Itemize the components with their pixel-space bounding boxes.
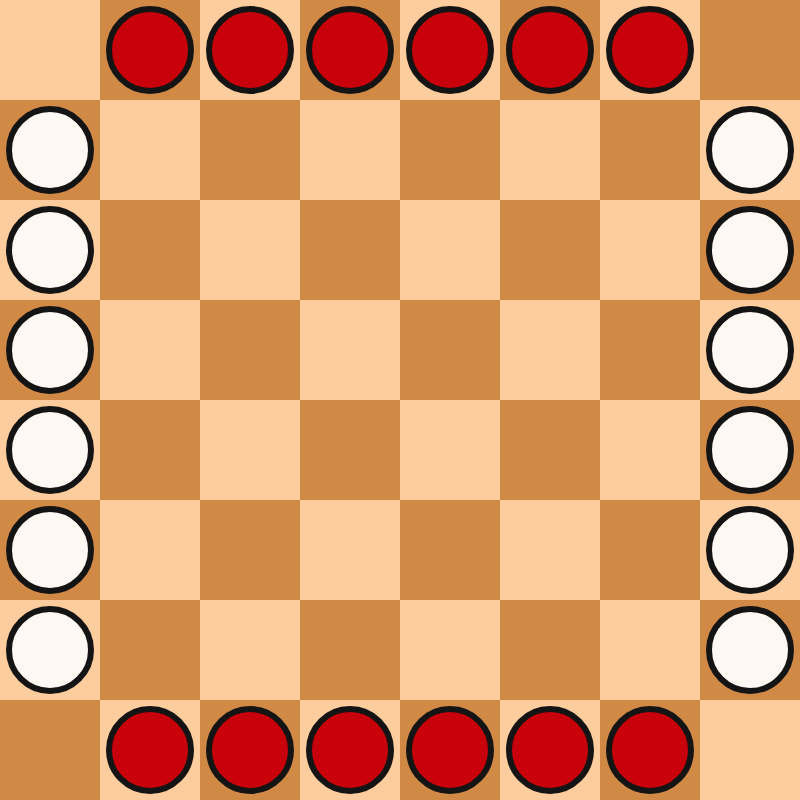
square-c7[interactable]	[200, 100, 300, 200]
square-h1[interactable]	[700, 700, 800, 800]
piece-white[interactable]	[6, 306, 94, 394]
piece-white[interactable]	[6, 106, 94, 194]
piece-white[interactable]	[706, 406, 794, 494]
piece-red[interactable]	[106, 706, 194, 794]
square-b1[interactable]	[100, 700, 200, 800]
square-f8[interactable]	[500, 0, 600, 100]
piece-white[interactable]	[706, 306, 794, 394]
square-e3[interactable]	[400, 500, 500, 600]
piece-white[interactable]	[706, 206, 794, 294]
piece-white[interactable]	[6, 406, 94, 494]
square-b4[interactable]	[100, 400, 200, 500]
square-d4[interactable]	[300, 400, 400, 500]
piece-white[interactable]	[6, 606, 94, 694]
piece-red[interactable]	[406, 706, 494, 794]
game-board	[0, 0, 800, 800]
piece-red[interactable]	[306, 706, 394, 794]
square-b6[interactable]	[100, 200, 200, 300]
piece-red[interactable]	[406, 6, 494, 94]
piece-white[interactable]	[6, 206, 94, 294]
piece-white[interactable]	[706, 606, 794, 694]
square-f2[interactable]	[500, 600, 600, 700]
square-g1[interactable]	[600, 700, 700, 800]
square-e2[interactable]	[400, 600, 500, 700]
square-g6[interactable]	[600, 200, 700, 300]
piece-red[interactable]	[206, 706, 294, 794]
piece-white[interactable]	[6, 506, 94, 594]
square-h5[interactable]	[700, 300, 800, 400]
square-f7[interactable]	[500, 100, 600, 200]
square-h2[interactable]	[700, 600, 800, 700]
square-f3[interactable]	[500, 500, 600, 600]
square-g5[interactable]	[600, 300, 700, 400]
square-d2[interactable]	[300, 600, 400, 700]
square-b2[interactable]	[100, 600, 200, 700]
square-c5[interactable]	[200, 300, 300, 400]
square-e5[interactable]	[400, 300, 500, 400]
square-f5[interactable]	[500, 300, 600, 400]
square-c1[interactable]	[200, 700, 300, 800]
square-g7[interactable]	[600, 100, 700, 200]
square-d5[interactable]	[300, 300, 400, 400]
square-e7[interactable]	[400, 100, 500, 200]
square-a1[interactable]	[0, 700, 100, 800]
square-c4[interactable]	[200, 400, 300, 500]
square-e4[interactable]	[400, 400, 500, 500]
square-e1[interactable]	[400, 700, 500, 800]
piece-red[interactable]	[506, 706, 594, 794]
square-e8[interactable]	[400, 0, 500, 100]
square-b5[interactable]	[100, 300, 200, 400]
square-a7[interactable]	[0, 100, 100, 200]
square-a3[interactable]	[0, 500, 100, 600]
square-d1[interactable]	[300, 700, 400, 800]
square-b3[interactable]	[100, 500, 200, 600]
square-g2[interactable]	[600, 600, 700, 700]
square-a6[interactable]	[0, 200, 100, 300]
square-d6[interactable]	[300, 200, 400, 300]
square-f1[interactable]	[500, 700, 600, 800]
square-a4[interactable]	[0, 400, 100, 500]
square-e6[interactable]	[400, 200, 500, 300]
piece-white[interactable]	[706, 506, 794, 594]
square-f4[interactable]	[500, 400, 600, 500]
square-b8[interactable]	[100, 0, 200, 100]
piece-white[interactable]	[706, 106, 794, 194]
square-g4[interactable]	[600, 400, 700, 500]
piece-red[interactable]	[306, 6, 394, 94]
square-h7[interactable]	[700, 100, 800, 200]
piece-red[interactable]	[206, 6, 294, 94]
piece-red[interactable]	[606, 6, 694, 94]
square-d8[interactable]	[300, 0, 400, 100]
square-a8[interactable]	[0, 0, 100, 100]
square-h8[interactable]	[700, 0, 800, 100]
square-d3[interactable]	[300, 500, 400, 600]
piece-red[interactable]	[606, 706, 694, 794]
square-b7[interactable]	[100, 100, 200, 200]
square-a2[interactable]	[0, 600, 100, 700]
piece-red[interactable]	[506, 6, 594, 94]
square-f6[interactable]	[500, 200, 600, 300]
square-h3[interactable]	[700, 500, 800, 600]
square-g3[interactable]	[600, 500, 700, 600]
square-c6[interactable]	[200, 200, 300, 300]
square-c8[interactable]	[200, 0, 300, 100]
square-g8[interactable]	[600, 0, 700, 100]
square-h4[interactable]	[700, 400, 800, 500]
square-a5[interactable]	[0, 300, 100, 400]
square-c2[interactable]	[200, 600, 300, 700]
square-c3[interactable]	[200, 500, 300, 600]
square-h6[interactable]	[700, 200, 800, 300]
piece-red[interactable]	[106, 6, 194, 94]
square-d7[interactable]	[300, 100, 400, 200]
